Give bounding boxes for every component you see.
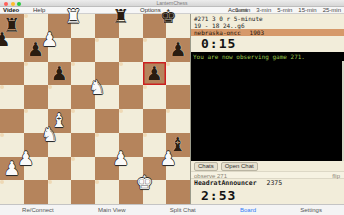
square-b8[interactable] [24, 14, 28, 18]
toolbar-settings[interactable]: Settings [300, 207, 322, 213]
square-e4[interactable] [95, 109, 119, 133]
square-e2[interactable] [95, 157, 119, 181]
square-g6[interactable]: ♟ [143, 62, 167, 86]
square-d8[interactable]: ♜ [71, 14, 75, 18]
window-title: LanternChess [0, 0, 344, 7]
square-g2[interactable] [143, 157, 167, 181]
square-b4[interactable] [24, 109, 28, 113]
square-e3[interactable] [95, 133, 99, 137]
square-g8[interactable] [143, 14, 167, 38]
square-e6[interactable] [95, 62, 119, 86]
square-f6[interactable] [119, 62, 123, 66]
square-h6[interactable] [166, 62, 170, 66]
square-g4[interactable] [143, 109, 167, 133]
square-a7[interactable]: ♟ [0, 38, 4, 42]
square-b7[interactable]: ♟ [24, 38, 48, 62]
menu-help[interactable]: Help [33, 7, 45, 14]
bottom-player-name: HeadratAnnouncer [194, 179, 257, 187]
square-g5[interactable] [143, 85, 147, 89]
top-player-row[interactable]: nebraska-oncc 1903 [191, 29, 344, 36]
console-input-hint: flip [332, 172, 340, 178]
right-panel: #271 3 0 r 5-minute 19 - 18 24..g6 nebra… [190, 14, 344, 204]
square-e8[interactable] [95, 14, 119, 38]
square-h7[interactable]: ♟ [166, 38, 190, 62]
game-info-line1: #271 3 0 r 5-minute [194, 15, 344, 22]
top-player-clock: 0:15 [191, 36, 344, 52]
square-d7[interactable] [71, 38, 95, 62]
menu-bar: Video Help Options Actions 1-min 3-min 5… [0, 7, 344, 14]
piece-black-bishop: ♝ [170, 135, 187, 154]
bottom-player-rating: 2375 [267, 179, 283, 187]
tab-chats[interactable]: Chats [194, 162, 218, 171]
square-b1[interactable] [24, 180, 48, 204]
square-g3[interactable] [143, 133, 147, 137]
piece-black-rook: ♜ [3, 16, 20, 35]
bottom-player-row[interactable]: HeadratAnnouncer 2375 [191, 179, 344, 188]
square-f4[interactable] [119, 109, 123, 113]
seek-15min-button[interactable]: 15-min [298, 7, 316, 14]
square-e7[interactable] [95, 38, 99, 42]
seek-25min-button[interactable]: 25-min [323, 7, 341, 14]
square-h1[interactable] [166, 180, 190, 204]
bottom-toolbar: Re/Connect Main View Split Chat Board Se… [0, 204, 344, 215]
bottom-panel: Chats Open Chat observe 271 flip Headrat… [191, 161, 344, 204]
square-c3[interactable]: ♞ [48, 133, 52, 137]
chess-board[interactable]: ♜♜♜♚♟♟♟♟♟♟♞♝♞♝♟♟♟♟♚ [0, 14, 190, 204]
square-d3[interactable] [71, 133, 95, 157]
piece-black-pawn: ♟ [51, 64, 68, 83]
bottom-player-clock: 2:53 [191, 188, 344, 204]
toolbar-main-view[interactable]: Main View [98, 207, 126, 213]
square-a6[interactable] [0, 62, 24, 86]
seek-1min-button[interactable]: 1-min [235, 7, 250, 14]
square-b3[interactable] [24, 133, 48, 157]
square-c6[interactable]: ♟ [48, 62, 72, 86]
square-d2[interactable] [71, 157, 75, 161]
square-d5[interactable] [71, 85, 95, 109]
square-c7[interactable]: ♟ [48, 38, 52, 42]
toolbar-board[interactable]: Board [240, 207, 256, 213]
square-a4[interactable] [0, 109, 24, 133]
square-d4[interactable] [71, 109, 75, 113]
lantern-chess-window: LanternChess Video Help Options Actions … [0, 0, 344, 215]
square-d6[interactable] [71, 62, 75, 66]
square-a8[interactable]: ♜ [0, 14, 24, 38]
piece-black-pawn: ♟ [27, 40, 44, 59]
seek-5min-button[interactable]: 5-min [277, 7, 292, 14]
square-g7[interactable] [143, 38, 147, 42]
tab-open-chat[interactable]: Open Chat [221, 162, 258, 171]
square-h5[interactable] [166, 85, 190, 109]
square-f2[interactable]: ♟ [119, 157, 123, 161]
square-a1[interactable] [0, 180, 4, 184]
square-f7[interactable] [119, 38, 143, 62]
square-c8[interactable] [48, 14, 72, 38]
square-c4[interactable]: ♝ [48, 109, 72, 133]
quick-seek-buttons: 1-min 3-min 5-min 15-min 25-min [235, 7, 341, 14]
top-player-name: nebraska-oncc [194, 29, 241, 36]
square-h2[interactable]: ♟ [166, 157, 170, 161]
game-info-line2: 19 - 18 24..g6 [194, 22, 344, 29]
square-b6[interactable] [24, 62, 28, 66]
console-output[interactable] [191, 61, 344, 161]
console-message: You are now observing game 271. [191, 52, 344, 61]
menu-video[interactable]: Video [3, 7, 19, 14]
piece-black-pawn: ♟ [146, 64, 163, 83]
toolbar-reconnect[interactable]: Re/Connect [22, 207, 54, 213]
square-g1[interactable]: ♚ [143, 180, 147, 184]
square-a2[interactable]: ♟ [0, 157, 24, 181]
top-player-rating: 1903 [250, 29, 264, 36]
console-input[interactable]: observe 271 flip [191, 171, 344, 179]
piece-black-pawn: ♟ [170, 40, 187, 59]
square-e5[interactable]: ♞ [95, 85, 99, 89]
square-f5[interactable] [119, 85, 143, 109]
square-c1[interactable] [48, 180, 52, 184]
square-f1[interactable] [119, 180, 143, 204]
square-h8[interactable]: ♚ [166, 14, 170, 18]
square-f8[interactable]: ♜ [119, 14, 123, 18]
square-c5[interactable] [48, 85, 52, 89]
square-h3[interactable]: ♝ [166, 133, 190, 157]
square-b5[interactable] [24, 85, 48, 109]
square-a5[interactable] [0, 85, 4, 89]
square-h4[interactable] [166, 109, 170, 113]
square-e1[interactable] [95, 180, 99, 184]
title-bar: LanternChess [0, 0, 344, 7]
square-c2[interactable] [48, 157, 72, 181]
toolbar-split-chat[interactable]: Split Chat [170, 207, 196, 213]
console-input-text: observe 271 [194, 172, 227, 178]
square-a3[interactable] [0, 133, 4, 137]
square-f3[interactable] [119, 133, 143, 157]
square-d1[interactable] [71, 180, 95, 204]
seek-3min-button[interactable]: 3-min [256, 7, 271, 14]
menu-options[interactable]: Options [140, 7, 161, 14]
square-b2[interactable]: ♟ [24, 157, 28, 161]
piece-white-pawn: ♟ [3, 159, 20, 178]
piece-white-bishop: ♝ [51, 111, 68, 130]
